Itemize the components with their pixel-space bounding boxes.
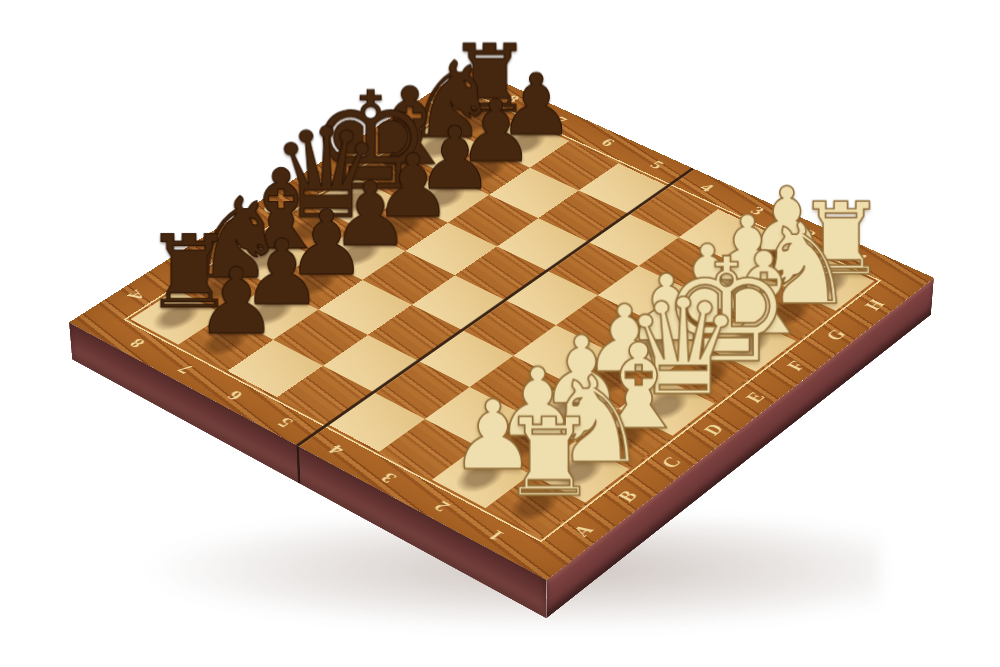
piece-glyph: ♜ bbox=[501, 405, 598, 513]
fold-seam-side bbox=[296, 445, 300, 484]
board-top-face: ABCDEFGH ABCDEFGH 87654321 87654321 ♜♞♝♛… bbox=[69, 67, 934, 580]
piece-black-pawn[interactable]: ♟ bbox=[145, 256, 328, 348]
border-pinstripe: ♜♞♝♛♚♝♞♜♟♟♟♟♟♟♟♟♟♟♟♟♟♟♟♟♜♞♝♛♚♝♞♜ bbox=[123, 94, 881, 542]
chessboard-grid: ♜♞♝♛♚♝♞♜♟♟♟♟♟♟♟♟♟♟♟♟♟♟♟♟♜♞♝♛♚♝♞♜ bbox=[130, 97, 874, 537]
piece-glyph: ♟ bbox=[196, 256, 278, 348]
folding-chessboard: ABCDEFGH ABCDEFGH 87654321 87654321 ♜♞♝♛… bbox=[69, 67, 934, 580]
piece-white-rook[interactable]: ♜ bbox=[452, 405, 646, 513]
chess-set-product-photo: ABCDEFGH ABCDEFGH 87654321 87654321 ♜♞♝♛… bbox=[0, 0, 1000, 667]
